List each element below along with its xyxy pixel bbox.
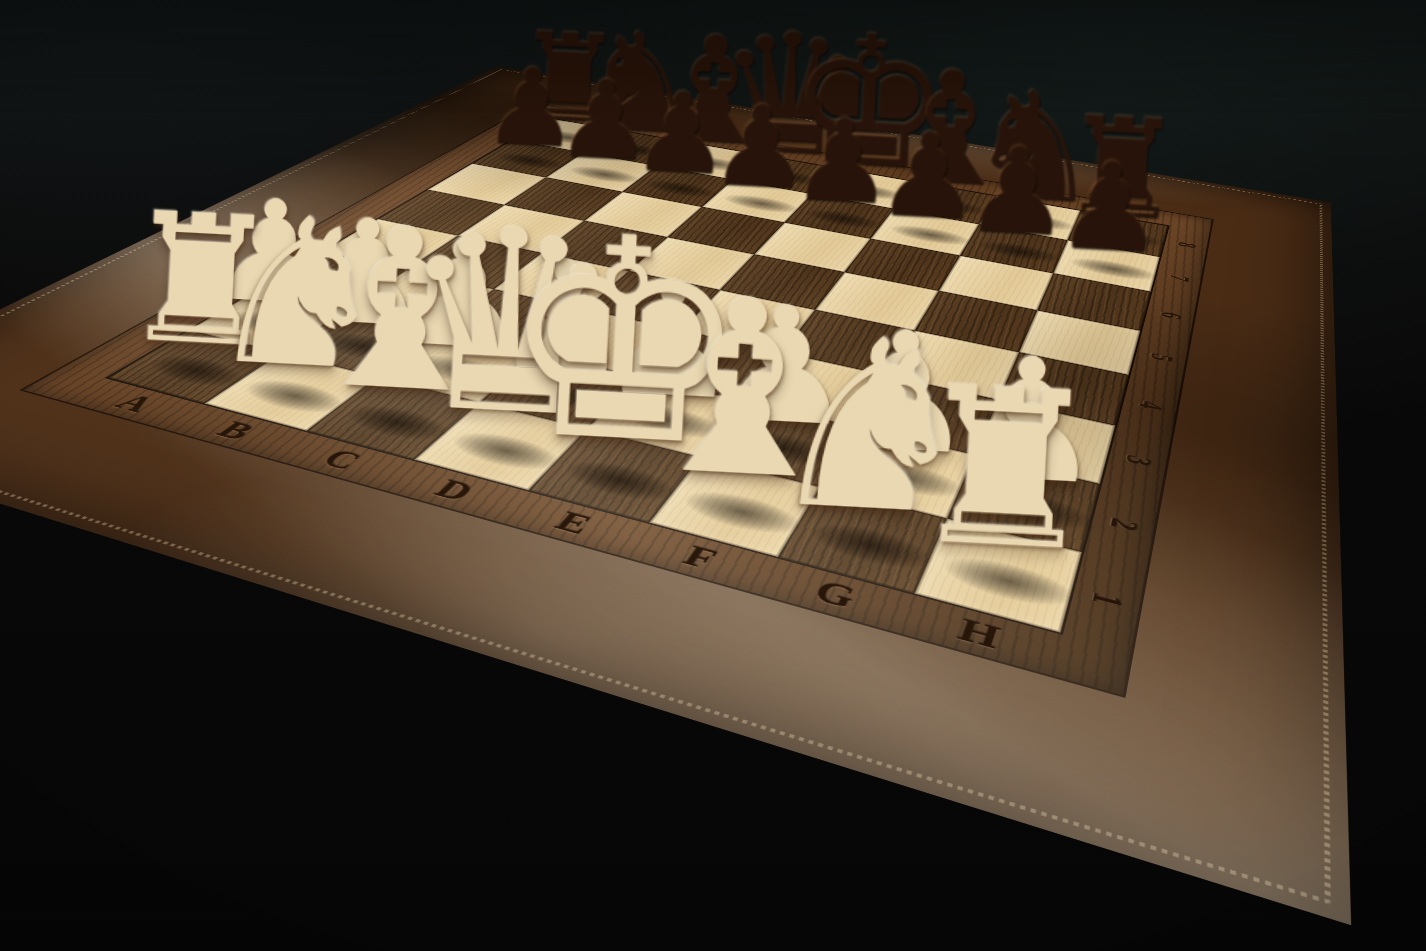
piece-white-rook-h1[interactable]: ♜ xyxy=(898,333,1116,577)
chess-board: ABCDEFGH12345678♜♞♝♛♚♝♞♜♟♟♟♟♟♟♟♟♟♟♟♟♟♟♟♟… xyxy=(113,0,1328,897)
chess-photo-scene: ABCDEFGH12345678♜♞♝♛♚♝♞♜♟♟♟♟♟♟♟♟♟♟♟♟♟♟♟♟… xyxy=(0,0,1426,951)
board-plane: ABCDEFGH12345678♜♞♝♛♚♝♞♜♟♟♟♟♟♟♟♟♟♟♟♟♟♟♟♟… xyxy=(0,66,1351,925)
